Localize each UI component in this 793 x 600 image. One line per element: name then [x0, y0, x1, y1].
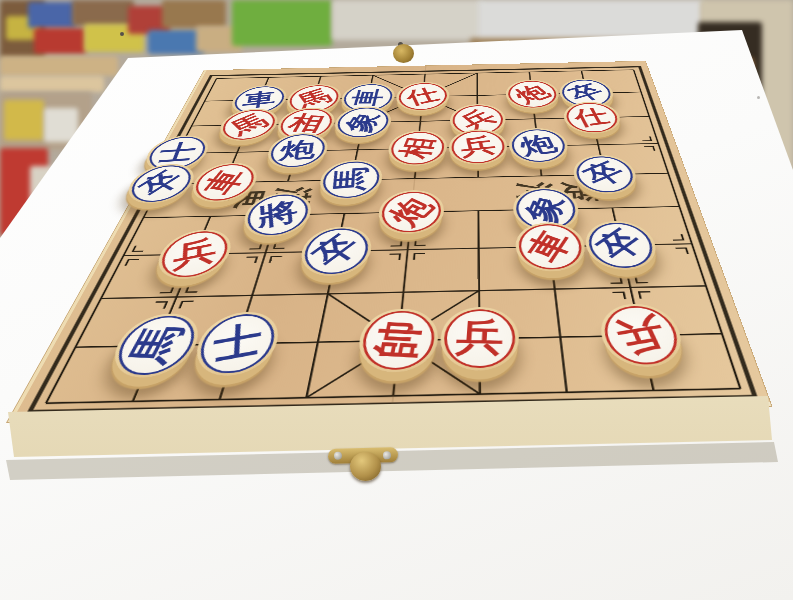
piece-face: 車 — [517, 223, 585, 269]
clasp-screw — [334, 452, 342, 460]
piece-character: 車 — [515, 224, 584, 269]
piece-character: 炮 — [515, 129, 562, 162]
piece-character: 士 — [211, 314, 262, 373]
piece-character: 仕 — [402, 82, 444, 110]
piece-character: 帥 — [363, 319, 434, 360]
piece-character: 馬 — [115, 324, 197, 366]
piece-face: 兵 — [443, 309, 517, 369]
piece-face: 相 — [389, 131, 445, 165]
product-photo-scene: { "game": "xiangqi", "description": "Woo… — [0, 0, 793, 600]
piece-face: 炮 — [507, 80, 558, 108]
piece-character: 兵 — [608, 307, 676, 365]
xiangqi-board: 界漢河楚 車馬車仕炮卒馬相象兵仕士炮相兵炮卒車馬卒將炮象兵卒車卒馬士帥兵兵 — [7, 61, 771, 422]
piece-character: 炮 — [277, 135, 317, 166]
board-perspective-wrapper: 界漢河楚 車馬車仕炮卒馬相象兵仕士炮相兵炮卒車馬卒將炮象兵卒車卒馬士帥兵兵 — [8, 0, 793, 416]
piece-character: 仕 — [570, 103, 616, 132]
clasp-screw — [383, 451, 391, 459]
piece-face: 帥 — [359, 310, 436, 370]
piece-face: 炮 — [379, 191, 442, 233]
piece-character: 馬 — [325, 166, 377, 193]
piece-face: 仕 — [397, 83, 448, 111]
piece-character: 車 — [344, 89, 392, 107]
piece-character: 將 — [257, 194, 300, 236]
piece-face: 兵 — [451, 130, 505, 164]
piece-character: 象 — [336, 110, 391, 134]
piece-character: 相 — [390, 136, 444, 161]
piece-face: 炮 — [510, 129, 567, 162]
piece-character: 兵 — [454, 312, 504, 364]
brass-clasp-knob — [350, 452, 381, 481]
piece-character: 兵 — [172, 231, 217, 278]
piece-character: 兵 — [457, 131, 499, 163]
piece-character: 炮 — [507, 80, 557, 109]
